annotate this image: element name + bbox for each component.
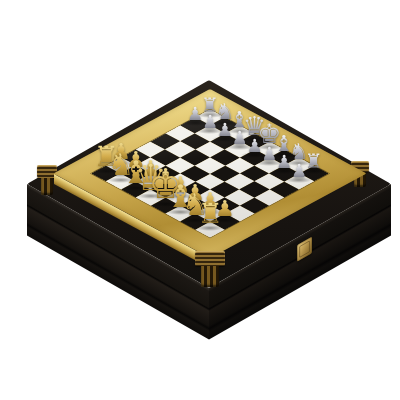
leg-capital: [195, 251, 225, 266]
corner-leg-front: [195, 251, 225, 287]
leg-shaft: [201, 266, 220, 287]
brass-emblem: [297, 237, 312, 262]
chess-set-scene: ♜♞♝♛♚♝♞♜♟♟♟♟♟♟♟♟♟♟♟♟♟♟♟♟♜♞♝♛♚♝♞♜: [0, 0, 400, 400]
leg-shaft: [41, 178, 53, 195]
